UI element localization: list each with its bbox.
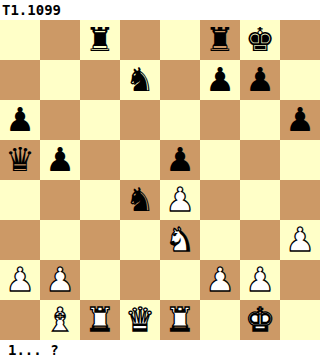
square-e3[interactable]: ♞ xyxy=(160,220,200,260)
square-h6[interactable]: ♟ xyxy=(280,100,320,140)
black-knight-piece: ♞ xyxy=(120,60,160,100)
square-f7[interactable]: ♟ xyxy=(200,60,240,100)
puzzle-id: T1.1099 xyxy=(0,0,61,20)
square-c7[interactable] xyxy=(80,60,120,100)
white-pawn-piece: ♟ xyxy=(40,260,80,300)
square-h3[interactable]: ♟ xyxy=(280,220,320,260)
black-pawn-piece: ♟ xyxy=(200,60,240,100)
square-b2[interactable]: ♟ xyxy=(40,260,80,300)
square-a2[interactable]: ♟ xyxy=(0,260,40,300)
white-pawn-piece: ♟ xyxy=(200,260,240,300)
square-b3[interactable] xyxy=(40,220,80,260)
square-g8[interactable]: ♚ xyxy=(240,20,280,60)
white-knight-piece: ♞ xyxy=(160,220,200,260)
black-pawn-piece: ♟ xyxy=(0,100,40,140)
square-e5[interactable]: ♟ xyxy=(160,140,200,180)
square-a6[interactable]: ♟ xyxy=(0,100,40,140)
square-c6[interactable] xyxy=(80,100,120,140)
black-pawn-piece: ♟ xyxy=(160,140,200,180)
square-f5[interactable] xyxy=(200,140,240,180)
square-h5[interactable] xyxy=(280,140,320,180)
black-pawn-piece: ♟ xyxy=(280,100,320,140)
square-c4[interactable] xyxy=(80,180,120,220)
square-h4[interactable] xyxy=(280,180,320,220)
square-g4[interactable] xyxy=(240,180,280,220)
square-g2[interactable]: ♟ xyxy=(240,260,280,300)
white-pawn-piece: ♟ xyxy=(0,260,40,300)
black-pawn-piece: ♟ xyxy=(40,140,80,180)
square-d1[interactable]: ♛ xyxy=(120,300,160,340)
square-b6[interactable] xyxy=(40,100,80,140)
white-pawn-piece: ♟ xyxy=(240,260,280,300)
white-queen-piece: ♛ xyxy=(120,300,160,340)
square-b8[interactable] xyxy=(40,20,80,60)
square-f6[interactable] xyxy=(200,100,240,140)
square-a1[interactable] xyxy=(0,300,40,340)
black-rook-piece: ♜ xyxy=(80,20,120,60)
square-c2[interactable] xyxy=(80,260,120,300)
square-g7[interactable]: ♟ xyxy=(240,60,280,100)
white-rook-piece: ♜ xyxy=(160,300,200,340)
square-e2[interactable] xyxy=(160,260,200,300)
square-e8[interactable] xyxy=(160,20,200,60)
move-prompt: 1... ? xyxy=(0,340,59,360)
square-a8[interactable] xyxy=(0,20,40,60)
white-rook-piece: ♜ xyxy=(80,300,120,340)
square-h7[interactable] xyxy=(280,60,320,100)
white-king-piece: ♚ xyxy=(240,300,280,340)
square-e4[interactable]: ♟ xyxy=(160,180,200,220)
square-d2[interactable] xyxy=(120,260,160,300)
square-g1[interactable]: ♚ xyxy=(240,300,280,340)
black-knight-piece: ♞ xyxy=(120,180,160,220)
square-g5[interactable] xyxy=(240,140,280,180)
square-e6[interactable] xyxy=(160,100,200,140)
chess-board: ♜♜♚♞♟♟♟♟♛♟♟♞♟♞♟♟♟♟♟♝♜♛♜♚ xyxy=(0,20,320,340)
white-pawn-piece: ♟ xyxy=(280,220,320,260)
square-b4[interactable] xyxy=(40,180,80,220)
square-a4[interactable] xyxy=(0,180,40,220)
square-h8[interactable] xyxy=(280,20,320,60)
square-d5[interactable] xyxy=(120,140,160,180)
caption-bar: 1... ? xyxy=(0,340,320,360)
square-a5[interactable]: ♛ xyxy=(0,140,40,180)
square-g3[interactable] xyxy=(240,220,280,260)
square-e7[interactable] xyxy=(160,60,200,100)
title-bar: T1.1099 xyxy=(0,0,320,20)
square-f3[interactable] xyxy=(200,220,240,260)
square-d6[interactable] xyxy=(120,100,160,140)
white-bishop-piece: ♝ xyxy=(40,300,80,340)
square-a7[interactable] xyxy=(0,60,40,100)
square-f4[interactable] xyxy=(200,180,240,220)
square-d8[interactable] xyxy=(120,20,160,60)
square-b5[interactable]: ♟ xyxy=(40,140,80,180)
square-b1[interactable]: ♝ xyxy=(40,300,80,340)
square-g6[interactable] xyxy=(240,100,280,140)
square-a3[interactable] xyxy=(0,220,40,260)
square-c3[interactable] xyxy=(80,220,120,260)
square-d7[interactable]: ♞ xyxy=(120,60,160,100)
square-d3[interactable] xyxy=(120,220,160,260)
square-c1[interactable]: ♜ xyxy=(80,300,120,340)
square-b7[interactable] xyxy=(40,60,80,100)
white-pawn-piece: ♟ xyxy=(160,180,200,220)
black-king-piece: ♚ xyxy=(240,20,280,60)
square-h2[interactable] xyxy=(280,260,320,300)
square-f2[interactable]: ♟ xyxy=(200,260,240,300)
square-d4[interactable]: ♞ xyxy=(120,180,160,220)
square-f1[interactable] xyxy=(200,300,240,340)
black-pawn-piece: ♟ xyxy=(240,60,280,100)
square-c5[interactable] xyxy=(80,140,120,180)
square-c8[interactable]: ♜ xyxy=(80,20,120,60)
square-f8[interactable]: ♜ xyxy=(200,20,240,60)
square-e1[interactable]: ♜ xyxy=(160,300,200,340)
black-queen-piece: ♛ xyxy=(0,140,40,180)
black-rook-piece: ♜ xyxy=(200,20,240,60)
square-h1[interactable] xyxy=(280,300,320,340)
